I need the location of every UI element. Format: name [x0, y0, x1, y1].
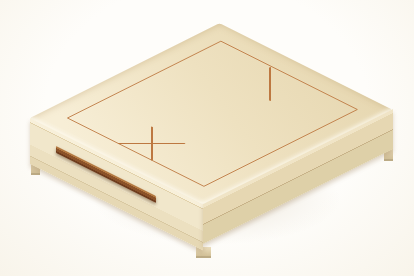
janggi-set-photo	[0, 0, 414, 276]
